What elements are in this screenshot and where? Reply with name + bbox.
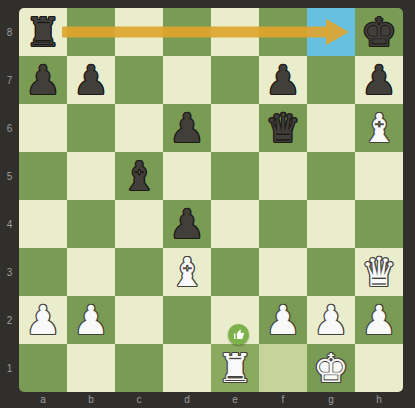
square-b8[interactable] <box>67 8 115 56</box>
white-king-g1[interactable]: ♚ <box>313 348 349 388</box>
square-h2[interactable]: ♟ <box>355 296 403 344</box>
white-pawn-f2[interactable]: ♟ <box>265 300 301 340</box>
file-label-d: d <box>163 391 211 408</box>
file-label-b: b <box>67 391 115 408</box>
file-label-c: c <box>115 391 163 408</box>
white-pawn-h2[interactable]: ♟ <box>361 300 397 340</box>
chess-board-frame: 87654321 ♜♚♟♟♟♟♟♛♝♝♟♝♛♟♟♟♟♟♜♚ abcdefgh <box>0 0 415 408</box>
square-c2[interactable] <box>115 296 163 344</box>
file-labels: abcdefgh <box>19 391 403 408</box>
white-rook-e1[interactable]: ♜ <box>217 348 253 388</box>
square-c8[interactable] <box>115 8 163 56</box>
square-c6[interactable] <box>115 104 163 152</box>
rank-labels: 87654321 <box>0 8 19 392</box>
square-g3[interactable] <box>307 248 355 296</box>
square-f8[interactable] <box>259 8 307 56</box>
square-a6[interactable] <box>19 104 67 152</box>
file-label-f: f <box>259 391 307 408</box>
square-e5[interactable] <box>211 152 259 200</box>
square-f7[interactable]: ♟ <box>259 56 307 104</box>
rank-label-8: 8 <box>0 8 19 56</box>
square-d8[interactable] <box>163 8 211 56</box>
black-pawn-f7[interactable]: ♟ <box>265 60 301 100</box>
file-label-a: a <box>19 391 67 408</box>
square-h8[interactable]: ♚ <box>355 8 403 56</box>
square-d6[interactable]: ♟ <box>163 104 211 152</box>
square-f2[interactable]: ♟ <box>259 296 307 344</box>
square-e7[interactable] <box>211 56 259 104</box>
square-e6[interactable] <box>211 104 259 152</box>
square-g4[interactable] <box>307 200 355 248</box>
rank-label-7: 7 <box>0 56 19 104</box>
square-a2[interactable]: ♟ <box>19 296 67 344</box>
rank-label-1: 1 <box>0 344 19 392</box>
black-pawn-b7[interactable]: ♟ <box>73 60 109 100</box>
square-f4[interactable] <box>259 200 307 248</box>
black-bishop-c5[interactable]: ♝ <box>121 156 157 196</box>
rank-label-6: 6 <box>0 104 19 152</box>
square-d1[interactable] <box>163 344 211 392</box>
square-b5[interactable] <box>67 152 115 200</box>
square-h1[interactable] <box>355 344 403 392</box>
square-f6[interactable]: ♛ <box>259 104 307 152</box>
square-g2[interactable]: ♟ <box>307 296 355 344</box>
square-g7[interactable] <box>307 56 355 104</box>
square-a3[interactable] <box>19 248 67 296</box>
square-b1[interactable] <box>67 344 115 392</box>
square-e1[interactable]: ♜ <box>211 344 259 392</box>
square-a5[interactable] <box>19 152 67 200</box>
square-a8[interactable]: ♜ <box>19 8 67 56</box>
square-c4[interactable] <box>115 200 163 248</box>
square-b4[interactable] <box>67 200 115 248</box>
square-b6[interactable] <box>67 104 115 152</box>
square-a7[interactable]: ♟ <box>19 56 67 104</box>
white-bishop-d3[interactable]: ♝ <box>169 252 205 292</box>
file-label-e: e <box>211 391 259 408</box>
rank-label-4: 4 <box>0 200 19 248</box>
good-move-badge <box>228 324 249 345</box>
square-f1[interactable] <box>259 344 307 392</box>
thumbs-up-icon <box>233 329 245 341</box>
square-b7[interactable]: ♟ <box>67 56 115 104</box>
square-f5[interactable] <box>259 152 307 200</box>
black-king-h8[interactable]: ♚ <box>361 12 397 52</box>
board[interactable]: ♜♚♟♟♟♟♟♛♝♝♟♝♛♟♟♟♟♟♜♚ <box>19 8 403 392</box>
file-label-g: g <box>307 391 355 408</box>
square-d5[interactable] <box>163 152 211 200</box>
white-queen-h3[interactable]: ♛ <box>361 252 397 292</box>
black-pawn-a7[interactable]: ♟ <box>25 60 61 100</box>
black-pawn-d6[interactable]: ♟ <box>169 108 205 148</box>
rank-label-2: 2 <box>0 296 19 344</box>
white-pawn-g2[interactable]: ♟ <box>313 300 349 340</box>
square-e3[interactable] <box>211 248 259 296</box>
square-g6[interactable] <box>307 104 355 152</box>
square-h4[interactable] <box>355 200 403 248</box>
square-c5[interactable]: ♝ <box>115 152 163 200</box>
white-pawn-a2[interactable]: ♟ <box>25 300 61 340</box>
square-h7[interactable]: ♟ <box>355 56 403 104</box>
black-rook-a8[interactable]: ♜ <box>25 12 61 52</box>
square-h6[interactable]: ♝ <box>355 104 403 152</box>
black-pawn-h7[interactable]: ♟ <box>361 60 397 100</box>
square-d7[interactable] <box>163 56 211 104</box>
square-b2[interactable]: ♟ <box>67 296 115 344</box>
rank-label-5: 5 <box>0 152 19 200</box>
square-e4[interactable] <box>211 200 259 248</box>
square-c7[interactable] <box>115 56 163 104</box>
square-c1[interactable] <box>115 344 163 392</box>
black-pawn-d4[interactable]: ♟ <box>169 204 205 244</box>
square-d2[interactable] <box>163 296 211 344</box>
square-g8[interactable] <box>307 8 355 56</box>
square-h5[interactable] <box>355 152 403 200</box>
white-pawn-b2[interactable]: ♟ <box>73 300 109 340</box>
square-h3[interactable]: ♛ <box>355 248 403 296</box>
file-label-h: h <box>355 391 403 408</box>
square-b3[interactable] <box>67 248 115 296</box>
white-bishop-h6[interactable]: ♝ <box>361 108 397 148</box>
rank-label-3: 3 <box>0 248 19 296</box>
square-a1[interactable] <box>19 344 67 392</box>
square-d3[interactable]: ♝ <box>163 248 211 296</box>
square-a4[interactable] <box>19 200 67 248</box>
square-c3[interactable] <box>115 248 163 296</box>
square-g1[interactable]: ♚ <box>307 344 355 392</box>
square-e8[interactable] <box>211 8 259 56</box>
square-f3[interactable] <box>259 248 307 296</box>
square-g5[interactable] <box>307 152 355 200</box>
black-queen-f6[interactable]: ♛ <box>265 108 301 148</box>
square-d4[interactable]: ♟ <box>163 200 211 248</box>
